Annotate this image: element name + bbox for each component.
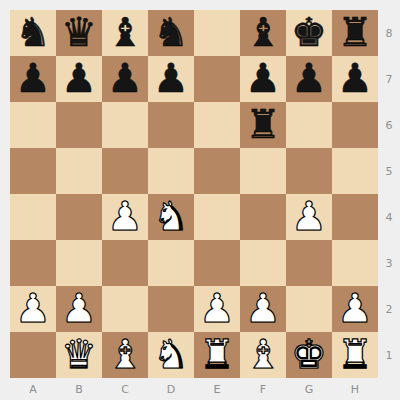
rank-label-8: 8 xyxy=(378,10,400,56)
square-h3[interactable] xyxy=(332,240,378,286)
square-b4[interactable] xyxy=(56,194,102,240)
square-f5[interactable] xyxy=(240,148,286,194)
square-h1[interactable]: ♜ xyxy=(332,332,378,378)
square-h4[interactable] xyxy=(332,194,378,240)
square-h7[interactable]: ♟ xyxy=(332,56,378,102)
square-d5[interactable] xyxy=(148,148,194,194)
square-d1[interactable]: ♞ xyxy=(148,332,194,378)
square-c8[interactable]: ♝ xyxy=(102,10,148,56)
square-a7[interactable]: ♟ xyxy=(10,56,56,102)
piece-white-bishop[interactable]: ♝ xyxy=(107,331,143,377)
square-a2[interactable]: ♟ xyxy=(10,286,56,332)
piece-white-knight[interactable]: ♞ xyxy=(153,193,189,239)
file-label-g: G xyxy=(286,378,332,400)
square-b6[interactable] xyxy=(56,102,102,148)
square-c5[interactable] xyxy=(102,148,148,194)
square-g4[interactable]: ♟ xyxy=(286,194,332,240)
piece-black-bishop[interactable]: ♝ xyxy=(107,9,143,55)
piece-black-rook[interactable]: ♜ xyxy=(337,9,373,55)
piece-black-pawn[interactable]: ♟ xyxy=(245,55,281,101)
rank-label-6: 6 xyxy=(378,102,400,148)
square-e8[interactable] xyxy=(194,10,240,56)
piece-black-pawn[interactable]: ♟ xyxy=(15,55,51,101)
square-d7[interactable]: ♟ xyxy=(148,56,194,102)
rank-label-3: 3 xyxy=(378,240,400,286)
square-a6[interactable] xyxy=(10,102,56,148)
square-b7[interactable]: ♟ xyxy=(56,56,102,102)
file-label-d: D xyxy=(148,378,194,400)
rank-label-4: 4 xyxy=(378,194,400,240)
square-b5[interactable] xyxy=(56,148,102,194)
file-label-b: B xyxy=(56,378,102,400)
chess-board: ♞♛♝♞♝♚♜♟♟♟♟♟♟♟♜♟♞♟♟♟♟♟♟♛♝♞♜♝♚♜ xyxy=(10,10,378,378)
square-g8[interactable]: ♚ xyxy=(286,10,332,56)
square-c7[interactable]: ♟ xyxy=(102,56,148,102)
square-e7[interactable] xyxy=(194,56,240,102)
file-label-h: H xyxy=(332,378,378,400)
square-e3[interactable] xyxy=(194,240,240,286)
piece-white-pawn[interactable]: ♟ xyxy=(245,285,281,331)
square-f1[interactable]: ♝ xyxy=(240,332,286,378)
square-f3[interactable] xyxy=(240,240,286,286)
piece-white-pawn[interactable]: ♟ xyxy=(291,193,327,239)
piece-black-knight[interactable]: ♞ xyxy=(153,9,189,55)
square-g5[interactable] xyxy=(286,148,332,194)
square-d2[interactable] xyxy=(148,286,194,332)
square-d8[interactable]: ♞ xyxy=(148,10,194,56)
square-c2[interactable] xyxy=(102,286,148,332)
square-e5[interactable] xyxy=(194,148,240,194)
rank-label-1: 1 xyxy=(378,332,400,378)
piece-black-pawn[interactable]: ♟ xyxy=(291,55,327,101)
square-g7[interactable]: ♟ xyxy=(286,56,332,102)
piece-white-pawn[interactable]: ♟ xyxy=(107,193,143,239)
piece-black-pawn[interactable]: ♟ xyxy=(337,55,373,101)
piece-black-pawn[interactable]: ♟ xyxy=(107,55,143,101)
square-a8[interactable]: ♞ xyxy=(10,10,56,56)
square-f6[interactable]: ♜ xyxy=(240,102,286,148)
rank-label-5: 5 xyxy=(378,148,400,194)
piece-white-pawn[interactable]: ♟ xyxy=(199,285,235,331)
square-c1[interactable]: ♝ xyxy=(102,332,148,378)
piece-black-king[interactable]: ♚ xyxy=(291,9,327,55)
square-g2[interactable] xyxy=(286,286,332,332)
square-d3[interactable] xyxy=(148,240,194,286)
file-label-a: A xyxy=(10,378,56,400)
rank-label-7: 7 xyxy=(378,56,400,102)
piece-white-knight[interactable]: ♞ xyxy=(153,331,189,377)
square-a5[interactable] xyxy=(10,148,56,194)
piece-black-pawn[interactable]: ♟ xyxy=(61,55,97,101)
square-b1[interactable]: ♛ xyxy=(56,332,102,378)
piece-white-bishop[interactable]: ♝ xyxy=(245,331,281,377)
square-f2[interactable]: ♟ xyxy=(240,286,286,332)
square-a1[interactable] xyxy=(10,332,56,378)
square-e1[interactable]: ♜ xyxy=(194,332,240,378)
file-label-f: F xyxy=(240,378,286,400)
piece-white-pawn[interactable]: ♟ xyxy=(15,285,51,331)
piece-white-pawn[interactable]: ♟ xyxy=(337,285,373,331)
square-e6[interactable] xyxy=(194,102,240,148)
chess-app: ♞♛♝♞♝♚♜♟♟♟♟♟♟♟♜♟♞♟♟♟♟♟♟♛♝♞♜♝♚♜ 87654321 … xyxy=(0,0,400,400)
piece-black-pawn[interactable]: ♟ xyxy=(153,55,189,101)
square-h8[interactable]: ♜ xyxy=(332,10,378,56)
file-label-e: E xyxy=(194,378,240,400)
square-e4[interactable] xyxy=(194,194,240,240)
rank-labels: 87654321 xyxy=(378,10,400,378)
square-h6[interactable] xyxy=(332,102,378,148)
square-b2[interactable]: ♟ xyxy=(56,286,102,332)
square-a4[interactable] xyxy=(10,194,56,240)
piece-white-queen[interactable]: ♛ xyxy=(61,331,97,377)
square-e2[interactable]: ♟ xyxy=(194,286,240,332)
file-labels: ABCDEFGH xyxy=(10,378,378,400)
rank-label-2: 2 xyxy=(378,286,400,332)
piece-white-rook[interactable]: ♜ xyxy=(199,331,235,377)
square-d6[interactable] xyxy=(148,102,194,148)
piece-black-bishop[interactable]: ♝ xyxy=(245,9,281,55)
square-b8[interactable]: ♛ xyxy=(56,10,102,56)
piece-white-king[interactable]: ♚ xyxy=(291,331,327,377)
piece-white-rook[interactable]: ♜ xyxy=(337,331,373,377)
square-g3[interactable] xyxy=(286,240,332,286)
square-h5[interactable] xyxy=(332,148,378,194)
piece-black-queen[interactable]: ♛ xyxy=(61,9,97,55)
file-label-c: C xyxy=(102,378,148,400)
square-g6[interactable] xyxy=(286,102,332,148)
square-f8[interactable]: ♝ xyxy=(240,10,286,56)
square-d4[interactable]: ♞ xyxy=(148,194,194,240)
piece-white-pawn[interactable]: ♟ xyxy=(61,285,97,331)
square-a3[interactable] xyxy=(10,240,56,286)
square-c6[interactable] xyxy=(102,102,148,148)
square-f7[interactable]: ♟ xyxy=(240,56,286,102)
square-f4[interactable] xyxy=(240,194,286,240)
square-h2[interactable]: ♟ xyxy=(332,286,378,332)
piece-black-knight[interactable]: ♞ xyxy=(15,9,51,55)
piece-black-rook[interactable]: ♜ xyxy=(245,101,281,147)
square-b3[interactable] xyxy=(56,240,102,286)
square-c3[interactable] xyxy=(102,240,148,286)
square-g1[interactable]: ♚ xyxy=(286,332,332,378)
square-c4[interactable]: ♟ xyxy=(102,194,148,240)
